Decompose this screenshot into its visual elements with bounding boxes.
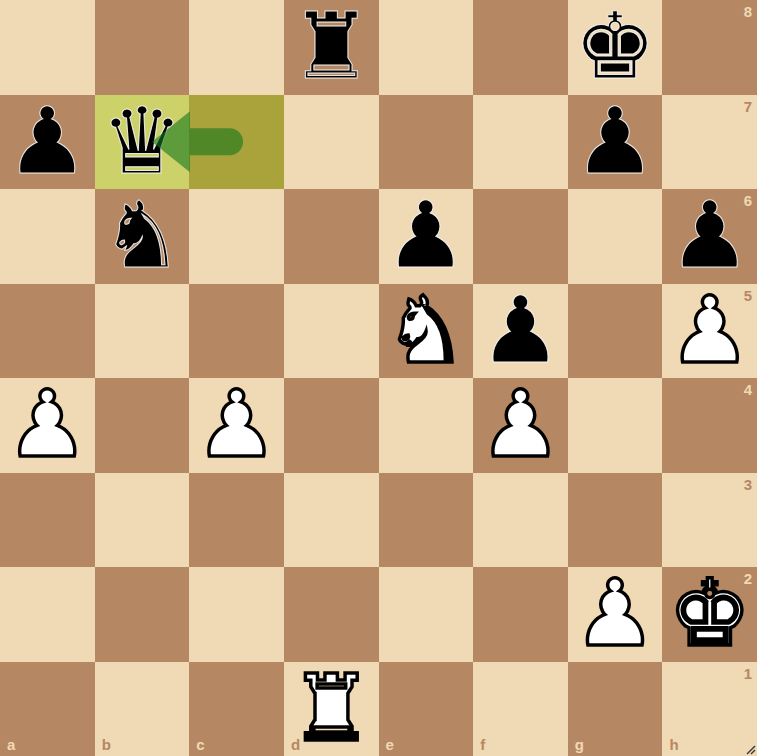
square-a1[interactable]: a [0,662,95,756]
piece-white-pawn[interactable]: ♟ [6,378,88,472]
square-d1[interactable]: ♜d [284,662,379,756]
square-f3[interactable] [473,473,568,568]
chess-board: ♜♚8♟♛♟7♞♟♟6♞♟♟5♟♟♟43♟♚2abc♜defgh1 [0,0,757,756]
square-b6[interactable]: ♞ [95,189,190,284]
square-c5[interactable] [189,284,284,379]
square-f4[interactable]: ♟ [473,378,568,473]
piece-white-pawn[interactable]: ♟ [574,567,656,661]
square-h2[interactable]: ♚2 [662,567,757,662]
square-b3[interactable] [95,473,190,568]
file-label-f: f [480,736,485,753]
square-b8[interactable] [95,0,190,95]
square-f6[interactable] [473,189,568,284]
last-move-highlight [189,95,284,190]
piece-black-queen[interactable]: ♛ [101,95,183,189]
square-g8[interactable]: ♚ [568,0,663,95]
file-label-h: h [669,736,678,753]
piece-black-rook[interactable]: ♜ [290,0,372,94]
square-e2[interactable] [379,567,474,662]
square-e7[interactable] [379,95,474,190]
rank-label-8: 8 [744,3,752,20]
square-b4[interactable] [95,378,190,473]
square-f5[interactable]: ♟ [473,284,568,379]
square-b2[interactable] [95,567,190,662]
square-c4[interactable]: ♟ [189,378,284,473]
square-h4[interactable]: 4 [662,378,757,473]
square-d3[interactable] [284,473,379,568]
square-a6[interactable] [0,189,95,284]
square-h5[interactable]: ♟5 [662,284,757,379]
square-a5[interactable] [0,284,95,379]
piece-white-pawn[interactable]: ♟ [668,284,750,378]
square-f7[interactable] [473,95,568,190]
rank-label-1: 1 [744,665,752,682]
square-g2[interactable]: ♟ [568,567,663,662]
piece-white-knight[interactable]: ♞ [385,284,467,378]
file-label-g: g [575,736,584,753]
file-label-a: a [7,736,15,753]
square-a3[interactable] [0,473,95,568]
file-label-c: c [196,736,204,753]
square-g7[interactable]: ♟ [568,95,663,190]
square-e6[interactable]: ♟ [379,189,474,284]
piece-black-pawn[interactable]: ♟ [479,284,561,378]
square-b7[interactable]: ♛ [95,95,190,190]
square-c1[interactable]: c [189,662,284,756]
rank-label-3: 3 [744,476,752,493]
piece-black-king[interactable]: ♚ [574,0,656,94]
square-d6[interactable] [284,189,379,284]
square-d4[interactable] [284,378,379,473]
resize-handle-icon[interactable] [744,743,756,755]
piece-black-pawn[interactable]: ♟ [385,189,467,283]
square-d8[interactable]: ♜ [284,0,379,95]
square-e8[interactable] [379,0,474,95]
square-c7[interactable] [189,95,284,190]
square-g4[interactable] [568,378,663,473]
square-d5[interactable] [284,284,379,379]
piece-white-pawn[interactable]: ♟ [479,378,561,472]
square-c2[interactable] [189,567,284,662]
square-h1[interactable]: h1 [662,662,757,756]
square-d2[interactable] [284,567,379,662]
file-label-b: b [102,736,111,753]
square-a4[interactable]: ♟ [0,378,95,473]
square-g6[interactable] [568,189,663,284]
square-h7[interactable]: 7 [662,95,757,190]
square-g1[interactable]: g [568,662,663,756]
file-label-e: e [386,736,394,753]
square-h8[interactable]: 8 [662,0,757,95]
piece-black-pawn[interactable]: ♟ [6,95,88,189]
square-a7[interactable]: ♟ [0,95,95,190]
square-e5[interactable]: ♞ [379,284,474,379]
piece-white-pawn[interactable]: ♟ [195,378,277,472]
square-c8[interactable] [189,0,284,95]
square-h6[interactable]: ♟6 [662,189,757,284]
piece-black-pawn[interactable]: ♟ [668,189,750,283]
square-f8[interactable] [473,0,568,95]
square-a8[interactable] [0,0,95,95]
piece-white-king[interactable]: ♚ [668,567,750,661]
piece-black-knight[interactable]: ♞ [101,189,183,283]
square-f2[interactable] [473,567,568,662]
square-e4[interactable] [379,378,474,473]
piece-black-pawn[interactable]: ♟ [574,95,656,189]
square-h3[interactable]: 3 [662,473,757,568]
square-f1[interactable]: f [473,662,568,756]
square-e1[interactable]: e [379,662,474,756]
square-g3[interactable] [568,473,663,568]
piece-white-rook[interactable]: ♜ [290,662,372,756]
square-b1[interactable]: b [95,662,190,756]
square-c3[interactable] [189,473,284,568]
square-e3[interactable] [379,473,474,568]
square-d7[interactable] [284,95,379,190]
rank-label-7: 7 [744,98,752,115]
square-c6[interactable] [189,189,284,284]
square-g5[interactable] [568,284,663,379]
square-a2[interactable] [0,567,95,662]
square-b5[interactable] [95,284,190,379]
